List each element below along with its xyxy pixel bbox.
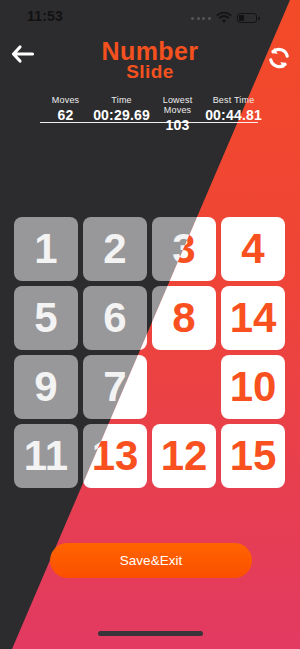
empty-cell (152, 355, 216, 419)
title-line-2: Slide (0, 63, 300, 81)
home-indicator[interactable] (98, 631, 203, 636)
tile-15[interactable]: 15 (221, 424, 285, 488)
stats-underline (40, 122, 258, 123)
tile-5[interactable]: 5 (14, 286, 78, 350)
refresh-icon (266, 59, 292, 74)
stat-lowest-moves-label: Lowest Moves (150, 95, 205, 115)
clock-time: 11:53 (27, 8, 63, 24)
tile-12[interactable]: 12 (152, 424, 216, 488)
stats-bar: Moves 62 Time 00:29.69 Lowest Moves 103 … (38, 95, 262, 133)
stat-lowest-moves: Lowest Moves 103 (150, 95, 205, 133)
tile-2[interactable]: 2 (83, 217, 147, 281)
app-screen: 123456814971011131215 123456814971011131… (0, 0, 300, 649)
save-exit-button[interactable]: Save&Exit (50, 543, 252, 578)
game-title: Number Slide (0, 40, 300, 81)
cellular-signal-icon (191, 17, 211, 20)
stat-moves-value: 62 (38, 107, 93, 123)
stat-time: Time 00:29.69 (93, 95, 150, 133)
stat-time-label: Time (93, 95, 150, 105)
tile-10[interactable]: 10 (221, 355, 285, 419)
stat-best-time: Best Time 00:44.81 (205, 95, 262, 133)
stat-time-value: 00:29.69 (93, 107, 150, 123)
tile-9[interactable]: 9 (14, 355, 78, 419)
stat-lowest-moves-value: 103 (150, 117, 205, 133)
tile-1[interactable]: 1 (14, 217, 78, 281)
stat-moves: Moves 62 (38, 95, 93, 133)
tile-11[interactable]: 11 (14, 424, 78, 488)
stat-best-time-label: Best Time (205, 95, 262, 105)
wifi-icon (216, 9, 232, 27)
status-icons (191, 9, 257, 27)
stat-moves-label: Moves (38, 95, 93, 105)
title-line-1: Number (0, 40, 300, 63)
status-bar: 11:53 (0, 0, 300, 30)
stat-best-time-value: 00:44.81 (205, 107, 262, 123)
tile-4[interactable]: 4 (221, 217, 285, 281)
tile-6[interactable]: 6 (83, 286, 147, 350)
restart-button[interactable] (265, 45, 293, 73)
battery-icon (237, 13, 257, 23)
tile-14[interactable]: 14 (221, 286, 285, 350)
